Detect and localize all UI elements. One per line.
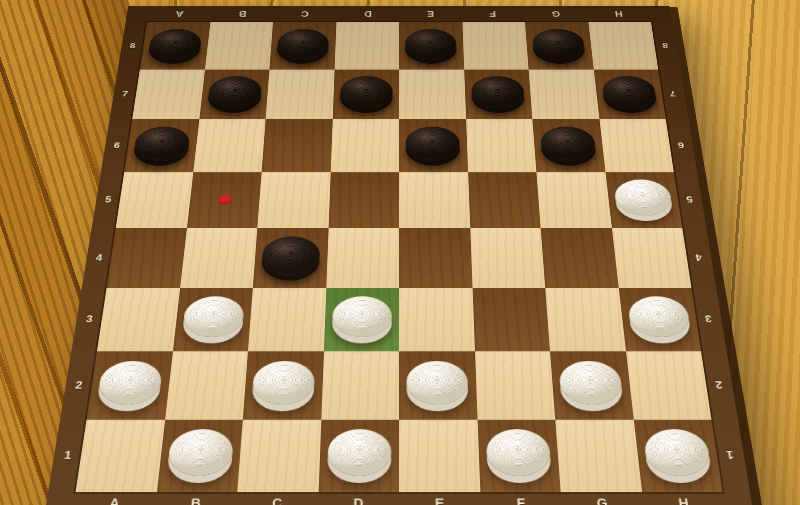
square-h6[interactable] — [599, 119, 674, 172]
white-piece-d1[interactable] — [327, 429, 391, 476]
square-h3[interactable] — [618, 288, 701, 352]
square-d6[interactable] — [330, 119, 399, 172]
square-f5[interactable] — [468, 172, 541, 228]
file-label-bottom-h: H — [678, 497, 690, 505]
square-b1[interactable] — [156, 419, 242, 492]
file-label-bottom-c: C — [272, 497, 283, 505]
black-piece-h7[interactable] — [601, 76, 658, 108]
black-piece-a6[interactable] — [133, 126, 192, 160]
black-piece-c4[interactable] — [261, 236, 321, 274]
white-piece-b1[interactable] — [166, 429, 234, 476]
square-b5[interactable] — [187, 172, 262, 228]
piece-rings — [337, 300, 386, 328]
square-f4[interactable] — [470, 228, 545, 288]
white-piece-h1[interactable] — [642, 429, 712, 476]
square-b6[interactable] — [193, 119, 266, 172]
square-a6[interactable] — [124, 119, 199, 172]
square-e8[interactable] — [399, 22, 464, 69]
square-f1[interactable] — [477, 419, 561, 492]
file-label-bottom-f: F — [516, 497, 525, 505]
black-piece-b7[interactable] — [207, 76, 263, 108]
square-c4[interactable] — [253, 228, 328, 288]
square-c6[interactable] — [262, 119, 333, 172]
square-h1[interactable] — [633, 419, 722, 492]
piece-rings — [475, 79, 519, 101]
file-label-top-d: D — [364, 10, 372, 18]
rank-label-left-8: 8 — [129, 42, 136, 49]
rank-label-right-3: 3 — [705, 314, 713, 324]
square-g7[interactable] — [529, 69, 599, 119]
piece-rings — [212, 79, 257, 101]
square-d3[interactable] — [323, 288, 399, 352]
white-piece-h5[interactable] — [613, 180, 674, 216]
square-d7[interactable] — [332, 69, 399, 119]
checkers-game-scene: ABCDEFGH ABCDEFGH 87654321 87654321 — [0, 0, 800, 505]
square-a1[interactable] — [76, 419, 165, 492]
file-label-bottom-e: E — [435, 497, 444, 505]
piece-rings — [188, 300, 239, 328]
file-label-top-b: B — [238, 10, 246, 18]
square-a3[interactable] — [97, 288, 180, 352]
square-g6[interactable] — [532, 119, 605, 172]
file-label-top-f: F — [490, 10, 497, 18]
file-label-top-g: G — [551, 10, 560, 18]
piece-rings — [537, 32, 581, 53]
rank-label-left-2: 2 — [75, 379, 83, 390]
square-c2[interactable] — [243, 351, 324, 419]
square-c8[interactable] — [269, 22, 336, 69]
square-f7[interactable] — [464, 69, 533, 119]
white-piece-e2[interactable] — [407, 361, 469, 405]
rank-label-right-2: 2 — [715, 379, 723, 390]
rank-label-right-4: 4 — [695, 253, 703, 262]
piece-rings — [410, 32, 452, 53]
square-e3[interactable] — [399, 288, 475, 352]
rank-label-right-1: 1 — [726, 449, 735, 460]
black-piece-c8[interactable] — [277, 29, 330, 59]
square-b2[interactable] — [165, 351, 248, 419]
piece-rings — [412, 365, 463, 395]
rank-label-right-6: 6 — [678, 141, 685, 149]
white-piece-c2[interactable] — [252, 361, 316, 405]
black-piece-g8[interactable] — [532, 29, 586, 59]
black-piece-g6[interactable] — [540, 126, 597, 160]
white-piece-a2[interactable] — [97, 361, 164, 405]
square-a5[interactable] — [116, 172, 193, 228]
square-g5[interactable] — [536, 172, 611, 228]
red-dot-marker — [217, 195, 231, 205]
white-piece-g2[interactable] — [558, 361, 624, 405]
square-h5[interactable] — [605, 172, 682, 228]
piece-rings — [153, 32, 198, 53]
piece-rings — [411, 130, 456, 154]
square-c7[interactable] — [266, 69, 335, 119]
black-piece-e8[interactable] — [405, 29, 457, 59]
piece-rings — [333, 434, 386, 466]
square-g8[interactable] — [525, 22, 593, 69]
piece-rings — [545, 130, 591, 154]
square-e2[interactable] — [399, 351, 477, 419]
rank-label-left-1: 1 — [63, 449, 72, 460]
file-label-top-a: A — [175, 10, 184, 18]
frame-bottom-band: ABCDEFGH — [69, 492, 729, 505]
file-label-bottom-g: G — [596, 497, 608, 505]
rank-label-left-3: 3 — [85, 314, 93, 324]
square-g4[interactable] — [541, 228, 619, 288]
frame-top-band: ABCDEFGH — [147, 6, 651, 22]
square-a8[interactable] — [140, 22, 210, 69]
piece-rings — [344, 79, 387, 101]
square-d2[interactable] — [321, 351, 399, 419]
square-h8[interactable] — [588, 22, 658, 69]
square-g2[interactable] — [550, 351, 633, 419]
checkers-board: ABCDEFGH ABCDEFGH 87654321 87654321 — [41, 6, 757, 505]
square-h7[interactable] — [593, 69, 665, 119]
rank-label-left-5: 5 — [104, 195, 112, 204]
square-c3[interactable] — [248, 288, 326, 352]
piece-rings — [258, 365, 310, 395]
piece-rings — [632, 300, 684, 328]
square-e5[interactable] — [399, 172, 470, 228]
file-label-bottom-d: D — [353, 497, 363, 505]
square-g3[interactable] — [545, 288, 625, 352]
square-a2[interactable] — [87, 351, 173, 419]
square-e6[interactable] — [399, 119, 468, 172]
white-piece-d3[interactable] — [332, 296, 392, 337]
square-a7[interactable] — [132, 69, 204, 119]
square-d1[interactable] — [318, 419, 399, 492]
white-piece-b3[interactable] — [182, 296, 245, 337]
file-label-bottom-a: A — [109, 497, 121, 505]
rank-label-left-6: 6 — [113, 141, 120, 149]
file-label-top-c: C — [301, 10, 309, 18]
square-e4[interactable] — [399, 228, 472, 288]
square-f2[interactable] — [475, 351, 556, 419]
piece-rings — [282, 32, 325, 53]
piece-rings — [564, 365, 617, 395]
file-label-bottom-b: B — [190, 497, 201, 505]
file-label-top-e: E — [427, 10, 434, 18]
square-c5[interactable] — [257, 172, 330, 228]
square-e1[interactable] — [399, 419, 480, 492]
square-b7[interactable] — [199, 69, 269, 119]
rank-label-right-5: 5 — [686, 195, 694, 204]
square-c1[interactable] — [237, 419, 321, 492]
black-piece-a8[interactable] — [148, 29, 203, 59]
square-b4[interactable] — [180, 228, 258, 288]
white-piece-f1[interactable] — [485, 429, 551, 476]
square-d8[interactable] — [334, 22, 399, 69]
square-b3[interactable] — [172, 288, 252, 352]
black-piece-f7[interactable] — [471, 76, 525, 108]
square-g1[interactable] — [555, 419, 641, 492]
file-label-top-h: H — [614, 10, 623, 18]
square-e7[interactable] — [399, 69, 466, 119]
square-d5[interactable] — [328, 172, 399, 228]
rank-label-right-7: 7 — [670, 90, 677, 98]
black-piece-d7[interactable] — [339, 76, 392, 108]
piece-rings — [606, 79, 652, 101]
piece-rings — [618, 183, 667, 208]
piece-rings — [104, 365, 158, 395]
square-h4[interactable] — [611, 228, 691, 288]
square-d4[interactable] — [326, 228, 399, 288]
rank-label-left-7: 7 — [121, 90, 128, 98]
piece-rings — [491, 434, 545, 466]
rank-label-left-4: 4 — [95, 253, 103, 262]
piece-rings — [267, 240, 316, 267]
piece-rings — [139, 130, 186, 154]
piece-rings — [173, 434, 228, 466]
square-a4[interactable] — [107, 228, 187, 288]
rank-label-right-8: 8 — [662, 42, 669, 49]
board-grid — [76, 22, 723, 492]
square-f6[interactable] — [466, 119, 537, 172]
white-piece-h3[interactable] — [627, 296, 692, 337]
square-f8[interactable] — [462, 22, 529, 69]
square-f3[interactable] — [472, 288, 550, 352]
black-piece-e6[interactable] — [406, 126, 461, 160]
piece-rings — [649, 434, 705, 466]
square-b8[interactable] — [205, 22, 273, 69]
square-h2[interactable] — [626, 351, 712, 419]
